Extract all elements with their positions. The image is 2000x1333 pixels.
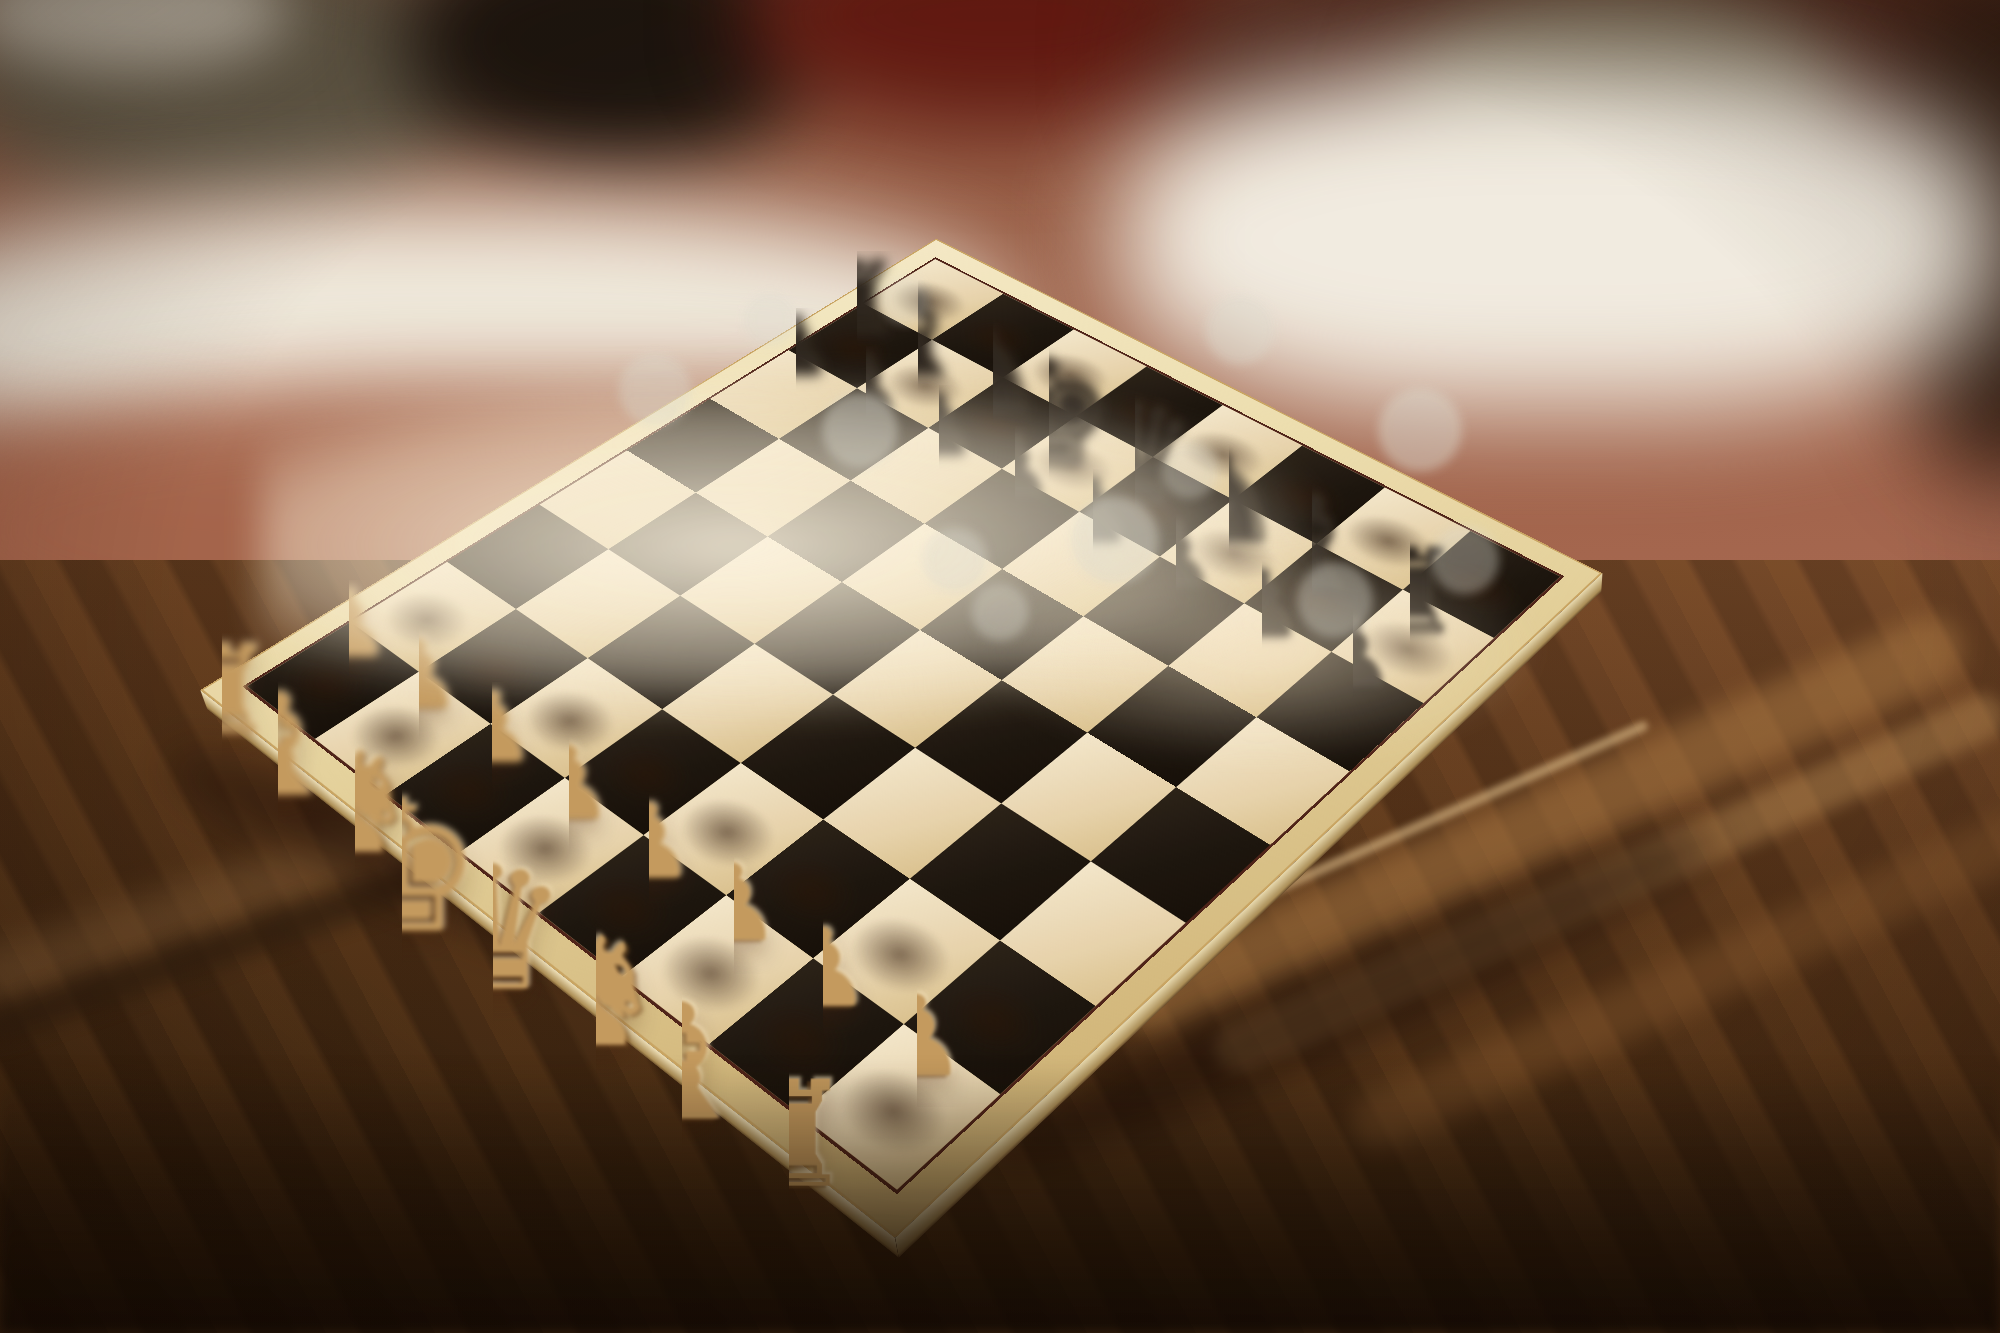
black-pawn-glyph: ♟ [1135, 514, 1216, 600]
black-pawn-glyph: ♟ [976, 426, 1054, 509]
white-rook-glyph: ♜ [724, 1065, 855, 1204]
white-pawn-glyph: ♟ [524, 736, 614, 831]
black-pawn-glyph: ♟ [1220, 560, 1303, 648]
chessboard-frame: ♜♝♞♚♛♞♝♜♟♟♟♟♟♟♟♟♟♟♟♟♟♟♟♟♜♝♞♚♛♞♝♜ [200, 239, 1602, 1238]
white-pawn-glyph: ♟ [603, 794, 695, 892]
black-pawn-glyph: ♟ [829, 346, 904, 425]
white-pawn-glyph: ♟ [687, 854, 782, 954]
black-pawn-glyph: ♟ [1054, 469, 1134, 553]
black-pawn-glyph: ♟ [901, 385, 977, 466]
board-grid: ♜♝♞♚♛♞♝♜♟♟♟♟♟♟♟♟♟♟♟♟♟♟♟♟♜♝♞♚♛♞♝♜ [242, 257, 1564, 1194]
white-pawn-glyph: ♟ [774, 917, 871, 1020]
photo-scene: ♜♝♞♚♛♞♝♜♟♟♟♟♟♟♟♟♟♟♟♟♟♟♟♟♜♝♞♚♛♞♝♜ [0, 0, 2000, 1333]
white-pawn-glyph: ♟ [867, 984, 967, 1090]
black-pawn-glyph: ♟ [1310, 609, 1395, 699]
board-perspective-wrapper: ♜♝♞♚♛♞♝♜♟♟♟♟♟♟♟♟♟♟♟♟♟♟♟♟♜♝♞♚♛♞♝♜ [0, 0, 2000, 1333]
black-pawn-glyph: ♟ [760, 308, 833, 386]
square-h8[interactable]: ♜ [1403, 531, 1560, 638]
